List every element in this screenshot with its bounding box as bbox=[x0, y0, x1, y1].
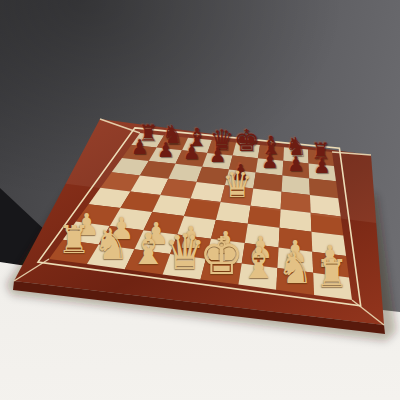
scene: ♜♞♝♛♚♝♞♜♟♟♟♟♟♟♟♟♛♟♟♟♟♟♟♟♟♜♞♝♛♚♝♞♜ bbox=[0, 0, 400, 400]
chess-board bbox=[0, 0, 400, 400]
